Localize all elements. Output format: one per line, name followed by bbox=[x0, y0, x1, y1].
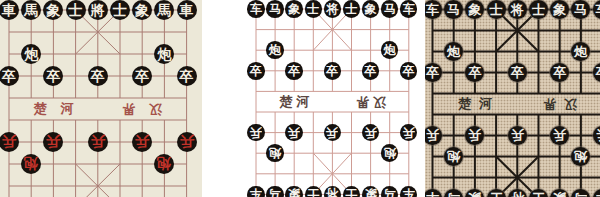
piece-炮[interactable]: 炮 bbox=[444, 42, 463, 61]
piece-卒[interactable]: 卒 bbox=[550, 63, 569, 82]
piece-卒[interactable]: 卒 bbox=[132, 66, 152, 86]
piece-炮[interactable]: 炮 bbox=[571, 42, 590, 61]
piece-馬[interactable]: 馬 bbox=[154, 0, 174, 20]
piece-士[interactable]: 士 bbox=[343, 186, 361, 197]
xiangqi-board-classic-cream[interactable]: 車馬象士將士象馬車炮炮卒卒卒卒卒兵兵兵兵兵炮炮 楚河 汉界 bbox=[0, 0, 202, 197]
piece-卒[interactable]: 卒 bbox=[425, 63, 442, 82]
piece-兵[interactable]: 兵 bbox=[0, 132, 19, 152]
piece-兵[interactable]: 兵 bbox=[425, 126, 442, 145]
piece-卒[interactable]: 卒 bbox=[324, 62, 342, 80]
piece-兵[interactable]: 兵 bbox=[400, 124, 418, 142]
piece-车[interactable]: 车 bbox=[425, 0, 442, 19]
piece-士[interactable]: 士 bbox=[305, 0, 323, 18]
piece-炮[interactable]: 炮 bbox=[571, 147, 590, 166]
piece-车[interactable]: 车 bbox=[593, 189, 600, 197]
piece-兵[interactable]: 兵 bbox=[324, 124, 342, 142]
piece-卒[interactable]: 卒 bbox=[508, 63, 527, 82]
piece-车[interactable]: 车 bbox=[425, 189, 442, 197]
piece-將[interactable]: 將 bbox=[88, 0, 108, 20]
piece-马[interactable]: 马 bbox=[571, 0, 590, 19]
piece-象[interactable]: 象 bbox=[43, 0, 63, 20]
piece-车[interactable]: 车 bbox=[593, 0, 600, 19]
board3-river-label-left: 楚河 bbox=[450, 95, 500, 113]
piece-炮[interactable]: 炮 bbox=[444, 147, 463, 166]
piece-grid: 车马象士将士象马车炮炮卒卒卒卒卒兵兵兵兵兵炮炮车马象士将士象马车 bbox=[246, 0, 418, 197]
piece-兵[interactable]: 兵 bbox=[285, 124, 303, 142]
piece-兵[interactable]: 兵 bbox=[550, 126, 569, 145]
piece-兵[interactable]: 兵 bbox=[247, 124, 265, 142]
piece-士[interactable]: 士 bbox=[487, 189, 506, 197]
piece-車[interactable]: 車 bbox=[177, 0, 197, 20]
piece-象[interactable]: 象 bbox=[362, 0, 380, 18]
piece-象[interactable]: 象 bbox=[285, 0, 303, 18]
piece-将[interactable]: 将 bbox=[508, 0, 527, 19]
piece-士[interactable]: 士 bbox=[487, 0, 506, 19]
piece-兵[interactable]: 兵 bbox=[508, 126, 527, 145]
piece-炮[interactable]: 炮 bbox=[21, 154, 41, 174]
board3-river-label-right: 汉界 bbox=[535, 95, 585, 113]
board2-river-label-right: 汉界 bbox=[352, 93, 390, 111]
piece-马[interactable]: 马 bbox=[571, 189, 590, 197]
piece-卒[interactable]: 卒 bbox=[400, 62, 418, 80]
board2-river-label-left: 楚河 bbox=[275, 93, 313, 111]
piece-车[interactable]: 车 bbox=[400, 0, 418, 18]
piece-马[interactable]: 马 bbox=[381, 186, 399, 197]
piece-象[interactable]: 象 bbox=[362, 186, 380, 197]
piece-兵[interactable]: 兵 bbox=[43, 132, 63, 152]
piece-象[interactable]: 象 bbox=[285, 186, 303, 197]
piece-马[interactable]: 马 bbox=[444, 189, 463, 197]
piece-卒[interactable]: 卒 bbox=[465, 63, 484, 82]
piece-马[interactable]: 马 bbox=[381, 0, 399, 18]
piece-士[interactable]: 士 bbox=[343, 0, 361, 18]
piece-卒[interactable]: 卒 bbox=[362, 62, 380, 80]
piece-象[interactable]: 象 bbox=[550, 0, 569, 19]
piece-象[interactable]: 象 bbox=[465, 0, 484, 19]
piece-卒[interactable]: 卒 bbox=[593, 63, 600, 82]
piece-兵[interactable]: 兵 bbox=[132, 132, 152, 152]
piece-马[interactable]: 马 bbox=[266, 0, 284, 18]
piece-炮[interactable]: 炮 bbox=[154, 44, 174, 64]
piece-象[interactable]: 象 bbox=[550, 189, 569, 197]
piece-车[interactable]: 车 bbox=[400, 186, 418, 197]
piece-grid: 車馬象士將士象馬車炮炮卒卒卒卒卒兵兵兵兵兵炮炮 bbox=[0, 0, 198, 197]
piece-卒[interactable]: 卒 bbox=[43, 66, 63, 86]
piece-兵[interactable]: 兵 bbox=[465, 126, 484, 145]
board1-river-label-left: 楚河 bbox=[19, 100, 87, 118]
piece-卒[interactable]: 卒 bbox=[285, 62, 303, 80]
piece-卒[interactable]: 卒 bbox=[177, 66, 197, 86]
piece-兵[interactable]: 兵 bbox=[177, 132, 197, 152]
piece-兵[interactable]: 兵 bbox=[362, 124, 380, 142]
piece-炮[interactable]: 炮 bbox=[266, 144, 284, 162]
piece-炮[interactable]: 炮 bbox=[266, 41, 284, 59]
piece-炮[interactable]: 炮 bbox=[381, 41, 399, 59]
piece-士[interactable]: 士 bbox=[305, 186, 323, 197]
piece-士[interactable]: 士 bbox=[529, 0, 548, 19]
xiangqi-board-wood-texture[interactable]: 车马象士将士象马车炮炮卒卒卒卒卒兵兵兵兵兵炮炮车马象士将士象马车 楚河 汉界 bbox=[425, 0, 600, 197]
piece-将[interactable]: 将 bbox=[324, 186, 342, 197]
piece-象[interactable]: 象 bbox=[465, 189, 484, 197]
piece-馬[interactable]: 馬 bbox=[21, 0, 41, 20]
piece-马[interactable]: 马 bbox=[266, 186, 284, 197]
piece-士[interactable]: 士 bbox=[529, 189, 548, 197]
piece-車[interactable]: 車 bbox=[0, 0, 19, 20]
piece-将[interactable]: 将 bbox=[508, 189, 527, 197]
piece-兵[interactable]: 兵 bbox=[593, 126, 600, 145]
xiangqi-boards-strip: 車馬象士將士象馬車炮炮卒卒卒卒卒兵兵兵兵兵炮炮 楚河 汉界 车马象士将士象马车炮… bbox=[0, 0, 600, 197]
piece-兵[interactable]: 兵 bbox=[88, 132, 108, 152]
piece-车[interactable]: 车 bbox=[247, 0, 265, 18]
xiangqi-board-plain-white[interactable]: 车马象士将士象马车炮炮卒卒卒卒卒兵兵兵兵兵炮炮车马象士将士象马车 楚河 汉界 bbox=[202, 0, 425, 197]
piece-将[interactable]: 将 bbox=[324, 0, 342, 18]
piece-炮[interactable]: 炮 bbox=[21, 44, 41, 64]
piece-卒[interactable]: 卒 bbox=[88, 66, 108, 86]
piece-士[interactable]: 士 bbox=[110, 0, 130, 20]
piece-马[interactable]: 马 bbox=[444, 0, 463, 19]
piece-炮[interactable]: 炮 bbox=[381, 144, 399, 162]
piece-车[interactable]: 车 bbox=[247, 186, 265, 197]
piece-象[interactable]: 象 bbox=[132, 0, 152, 20]
piece-炮[interactable]: 炮 bbox=[154, 154, 174, 174]
board1-river-label-right: 汉界 bbox=[108, 100, 176, 118]
piece-卒[interactable]: 卒 bbox=[0, 66, 19, 86]
piece-卒[interactable]: 卒 bbox=[247, 62, 265, 80]
piece-士[interactable]: 士 bbox=[66, 0, 86, 20]
